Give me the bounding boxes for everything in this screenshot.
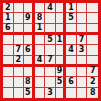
cell-r6c9[interactable] xyxy=(87,56,98,67)
cell-r4c9[interactable] xyxy=(87,35,98,45)
cell-r9c9[interactable]: 8 xyxy=(87,88,98,98)
cell-r3c8[interactable] xyxy=(77,24,88,35)
cell-r1c1[interactable]: 2 xyxy=(3,3,14,13)
cell-r4c2[interactable] xyxy=(14,35,25,45)
sudoku-board: 2411985615177643247978562538 xyxy=(0,0,101,101)
cell-r3c7[interactable] xyxy=(66,24,77,35)
cell-r5c9[interactable] xyxy=(87,45,98,55)
cell-r8c8[interactable] xyxy=(77,77,88,87)
cell-r6c8[interactable] xyxy=(77,56,88,67)
cell-r1c8[interactable] xyxy=(77,3,88,13)
cell-r8c1[interactable] xyxy=(3,77,14,87)
cell-r6c4[interactable]: 4 xyxy=(35,56,46,67)
cell-r1c3[interactable] xyxy=(24,3,35,13)
cell-r1c5[interactable]: 4 xyxy=(45,3,56,13)
cell-r7c8[interactable] xyxy=(77,67,88,77)
cell-r9c1[interactable] xyxy=(3,88,14,98)
cell-r8c7[interactable]: 6 xyxy=(66,77,77,87)
cell-r5c7[interactable]: 4 xyxy=(66,45,77,55)
cell-r9c5[interactable]: 3 xyxy=(45,88,56,98)
cell-r9c7[interactable] xyxy=(66,88,77,98)
cell-r8c6[interactable]: 5 xyxy=(56,77,67,87)
cell-r4c8[interactable]: 7 xyxy=(77,35,88,45)
cell-r4c5[interactable]: 5 xyxy=(45,35,56,45)
cell-r7c4[interactable] xyxy=(35,67,46,77)
cell-r2c7[interactable]: 5 xyxy=(66,13,77,23)
cell-r7c3[interactable] xyxy=(24,67,35,77)
cell-r6c1[interactable] xyxy=(3,56,14,67)
cell-r3c9[interactable] xyxy=(87,24,98,35)
cell-r6c7[interactable] xyxy=(66,56,77,67)
cell-r3c3[interactable] xyxy=(24,24,35,35)
cell-r4c1[interactable] xyxy=(3,35,14,45)
cell-r8c3[interactable]: 8 xyxy=(24,77,35,87)
cell-r5c6[interactable] xyxy=(56,45,67,55)
cell-r1c4[interactable] xyxy=(35,3,46,13)
cell-r4c3[interactable] xyxy=(24,35,35,45)
cell-r3c1[interactable]: 6 xyxy=(3,24,14,35)
cell-r8c2[interactable] xyxy=(14,77,25,87)
cell-r8c4[interactable] xyxy=(35,77,46,87)
cell-r9c4[interactable] xyxy=(35,88,46,98)
cell-r7c9[interactable]: 7 xyxy=(87,67,98,77)
cell-r2c3[interactable]: 9 xyxy=(24,13,35,23)
cell-r6c3[interactable] xyxy=(24,56,35,67)
cell-r9c3[interactable]: 5 xyxy=(24,88,35,98)
cell-r7c6[interactable]: 9 xyxy=(56,67,67,77)
cell-r2c2[interactable] xyxy=(14,13,25,23)
cell-r4c6[interactable]: 1 xyxy=(56,35,67,45)
cell-r7c7[interactable] xyxy=(66,67,77,77)
cell-r6c5[interactable]: 7 xyxy=(45,56,56,67)
cell-r4c4[interactable] xyxy=(35,35,46,45)
cell-r2c9[interactable] xyxy=(87,13,98,23)
cell-r7c5[interactable] xyxy=(45,67,56,77)
cell-r5c3[interactable]: 6 xyxy=(24,45,35,55)
cell-r2c8[interactable] xyxy=(77,13,88,23)
cell-r1c6[interactable] xyxy=(56,3,67,13)
cell-r4c7[interactable] xyxy=(66,35,77,45)
cell-r6c6[interactable] xyxy=(56,56,67,67)
cell-r3c6[interactable] xyxy=(56,24,67,35)
cell-r9c2[interactable] xyxy=(14,88,25,98)
cell-r2c5[interactable] xyxy=(45,13,56,23)
cell-r8c9[interactable]: 2 xyxy=(87,77,98,87)
cell-r1c2[interactable] xyxy=(14,3,25,13)
cell-r3c5[interactable] xyxy=(45,24,56,35)
cell-r1c9[interactable] xyxy=(87,3,98,13)
cell-r5c8[interactable]: 3 xyxy=(77,45,88,55)
cell-r3c4[interactable]: 1 xyxy=(35,24,46,35)
cell-r5c1[interactable] xyxy=(3,45,14,55)
cell-r9c8[interactable] xyxy=(77,88,88,98)
cell-r3c2[interactable] xyxy=(14,24,25,35)
cell-r6c2[interactable]: 2 xyxy=(14,56,25,67)
cell-r9c6[interactable] xyxy=(56,88,67,98)
cell-r8c5[interactable] xyxy=(45,77,56,87)
cell-r2c6[interactable] xyxy=(56,13,67,23)
cell-r1c7[interactable]: 1 xyxy=(66,3,77,13)
cell-r7c1[interactable] xyxy=(3,67,14,77)
cell-r7c2[interactable] xyxy=(14,67,25,77)
